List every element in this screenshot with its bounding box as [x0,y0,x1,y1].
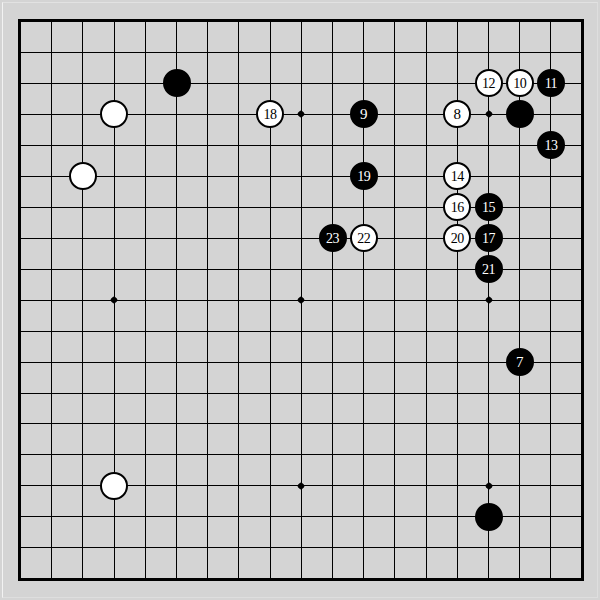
stone-white-20[interactable]: 20 [443,224,471,252]
stone-move-number: 17 [482,231,495,246]
stone-black-19[interactable]: 19 [350,162,378,190]
stone-white-12[interactable]: 12 [475,69,503,97]
stone-black-Q3[interactable] [475,503,503,531]
stone-move-number: 16 [451,200,464,215]
stone-move-number: 19 [357,169,370,184]
stone-white-22[interactable]: 22 [350,224,378,252]
stone-black-F17[interactable] [163,69,191,97]
stone-black-R16[interactable] [506,100,534,128]
stone-black-15[interactable]: 15 [475,193,503,221]
stone-white-10[interactable]: 10 [506,69,534,97]
stone-white-C14[interactable] [69,162,97,190]
go-board[interactable]: 7891011121314151617181920212223 [0,0,600,600]
stone-white-16[interactable]: 16 [443,193,471,221]
stone-black-11[interactable]: 11 [537,69,565,97]
stone-move-number: 20 [451,231,464,246]
stone-move-number: 10 [513,76,526,91]
stone-white-8[interactable]: 8 [443,100,471,128]
go-diagram-screen: 7891011121314151617181920212223 [0,0,600,600]
stone-white-D4[interactable] [100,472,128,500]
stone-black-21[interactable]: 21 [475,255,503,283]
stone-move-number: 23 [326,231,339,246]
stone-black-17[interactable]: 17 [475,224,503,252]
stone-white-14[interactable]: 14 [443,162,471,190]
stone-black-23[interactable]: 23 [319,224,347,252]
stone-white-D16[interactable] [100,100,128,128]
stone-move-number: 14 [451,169,464,184]
stone-move-number: 12 [482,76,495,91]
stone-move-number: 22 [357,231,370,246]
stone-move-number: 9 [360,106,368,122]
stone-move-number: 18 [264,107,277,122]
stone-move-number: 15 [482,200,495,215]
stone-move-number: 8 [454,106,462,122]
stone-black-13[interactable]: 13 [537,131,565,159]
stone-move-number: 13 [544,138,557,153]
stone-white-18[interactable]: 18 [256,100,284,128]
stone-move-number: 11 [545,76,557,91]
stone-move-number: 21 [482,262,495,277]
stone-move-number: 7 [516,354,524,370]
stone-black-9[interactable]: 9 [350,100,378,128]
stone-black-7[interactable]: 7 [506,348,534,376]
